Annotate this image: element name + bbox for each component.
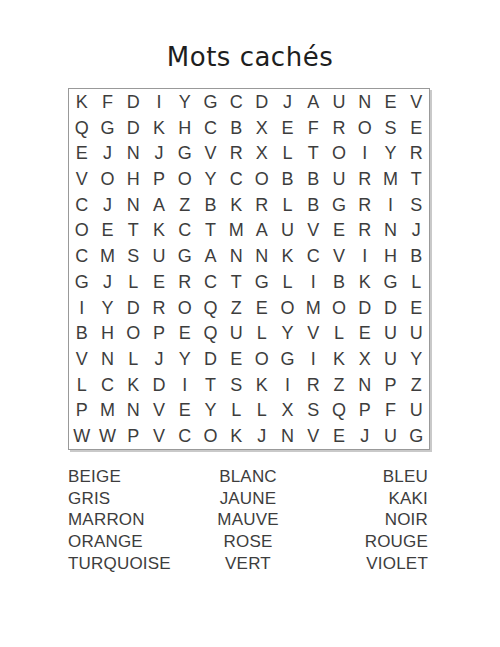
grid-cell-r2c13[interactable]: S: [378, 115, 404, 141]
grid-cell-r5c7[interactable]: K: [223, 192, 249, 218]
grid-cell-r14c3[interactable]: P: [120, 423, 146, 449]
grid-cell-r8c12[interactable]: K: [352, 269, 378, 295]
grid-cell-r8c9[interactable]: L: [275, 269, 301, 295]
grid-cell-r1c11[interactable]: U: [326, 89, 352, 115]
grid-cell-r2c1[interactable]: Q: [69, 115, 95, 141]
grid-cell-r12c12[interactable]: N: [352, 372, 378, 398]
grid-cell-r12c8[interactable]: K: [249, 372, 275, 398]
grid-cell-r10c10[interactable]: V: [300, 320, 326, 346]
grid-cell-r5c13[interactable]: I: [378, 192, 404, 218]
grid-cell-r11c11[interactable]: K: [326, 346, 352, 372]
grid-cell-r10c8[interactable]: L: [249, 320, 275, 346]
grid-cell-r2c10[interactable]: F: [300, 115, 326, 141]
word-list-item: ROUGE: [308, 531, 428, 553]
grid-cell-r4c2[interactable]: O: [95, 166, 121, 192]
grid-cell-r13c5[interactable]: E: [172, 398, 198, 424]
grid-cell-r5c9[interactable]: L: [275, 192, 301, 218]
grid-cell-r11c14[interactable]: Y: [403, 346, 429, 372]
grid-cell-r5c2[interactable]: J: [95, 192, 121, 218]
grid-cell-r7c11[interactable]: V: [326, 243, 352, 269]
grid-cell-r11c4[interactable]: J: [146, 346, 172, 372]
grid-cell-r14c1[interactable]: W: [69, 423, 95, 449]
grid-cell-r5c12[interactable]: R: [352, 192, 378, 218]
grid-cell-r3c4[interactable]: J: [146, 140, 172, 166]
grid-cell-r2c14[interactable]: E: [403, 115, 429, 141]
word-list-column-left: BEIGEGRISMARRONORANGETURQUOISE: [68, 466, 188, 575]
grid-cell-r14c5[interactable]: C: [172, 423, 198, 449]
grid-cell-r4c12[interactable]: R: [352, 166, 378, 192]
grid-cell-r12c6[interactable]: T: [198, 372, 224, 398]
grid-cell-r14c14[interactable]: G: [403, 423, 429, 449]
word-list-item: GRIS: [68, 488, 188, 510]
grid-cell-r6c8[interactable]: A: [249, 218, 275, 244]
grid-cell-r14c13[interactable]: U: [378, 423, 404, 449]
word-list-item: VERT: [188, 553, 308, 575]
grid-cell-r3c1[interactable]: E: [69, 140, 95, 166]
grid-cell-r13c1[interactable]: P: [69, 398, 95, 424]
grid-cell-r6c4[interactable]: K: [146, 218, 172, 244]
grid-cell-r5c3[interactable]: N: [120, 192, 146, 218]
grid-cell-r8c13[interactable]: G: [378, 269, 404, 295]
grid-cell-r12c4[interactable]: D: [146, 372, 172, 398]
grid-cell-r2c6[interactable]: C: [198, 115, 224, 141]
grid-cell-r1c10[interactable]: A: [300, 89, 326, 115]
grid-cell-r3c11[interactable]: O: [326, 140, 352, 166]
grid-cell-r4c1[interactable]: V: [69, 166, 95, 192]
grid-cell-r12c2[interactable]: C: [95, 372, 121, 398]
grid-cell-r5c1[interactable]: C: [69, 192, 95, 218]
grid-cell-r10c14[interactable]: U: [403, 320, 429, 346]
grid-cell-r2c2[interactable]: G: [95, 115, 121, 141]
grid-cell-r3c14[interactable]: R: [403, 140, 429, 166]
grid-cell-r3c2[interactable]: J: [95, 140, 121, 166]
grid-cell-r14c8[interactable]: J: [249, 423, 275, 449]
grid-cell-r1c3[interactable]: D: [120, 89, 146, 115]
grid-cell-r13c2[interactable]: M: [95, 398, 121, 424]
grid-cell-r11c8[interactable]: O: [249, 346, 275, 372]
grid-cell-r4c9[interactable]: B: [275, 166, 301, 192]
grid-cell-r4c5[interactable]: O: [172, 166, 198, 192]
word-list-item: BLEU: [308, 466, 428, 488]
grid-cell-r8c5[interactable]: R: [172, 269, 198, 295]
grid-cell-r6c9[interactable]: U: [275, 218, 301, 244]
grid-cell-r7c13[interactable]: H: [378, 243, 404, 269]
grid-cell-r10c12[interactable]: E: [352, 320, 378, 346]
grid-cell-r6c7[interactable]: M: [223, 218, 249, 244]
grid-cell-r8c10[interactable]: I: [300, 269, 326, 295]
grid-cell-r4c7[interactable]: C: [223, 166, 249, 192]
grid-cell-r10c9[interactable]: Y: [275, 320, 301, 346]
word-list-column-right: BLEUKAKINOIRROUGEVIOLET: [308, 466, 428, 575]
grid-cell-r3c6[interactable]: V: [198, 140, 224, 166]
grid-cell-r6c10[interactable]: V: [300, 218, 326, 244]
grid-cell-r3c8[interactable]: X: [249, 140, 275, 166]
grid-cell-r6c2[interactable]: E: [95, 218, 121, 244]
grid-cell-r9c1[interactable]: I: [69, 295, 95, 321]
word-list-item: MAUVE: [188, 509, 308, 531]
grid-cell-r8c14[interactable]: L: [403, 269, 429, 295]
word-list-item: BLANC: [188, 466, 308, 488]
grid-cell-r7c5[interactable]: G: [172, 243, 198, 269]
grid-cell-r7c1[interactable]: C: [69, 243, 95, 269]
grid-cell-r11c2[interactable]: N: [95, 346, 121, 372]
grid-cell-r7c12[interactable]: I: [352, 243, 378, 269]
grid-cell-r7c4[interactable]: U: [146, 243, 172, 269]
grid-cell-r4c13[interactable]: M: [378, 166, 404, 192]
word-list-item: JAUNE: [188, 488, 308, 510]
grid-cell-r3c10[interactable]: T: [300, 140, 326, 166]
word-list-item: MARRON: [68, 509, 188, 531]
grid-cell-r12c9[interactable]: I: [275, 372, 301, 398]
grid-cell-r7c2[interactable]: M: [95, 243, 121, 269]
grid-cell-r10c1[interactable]: B: [69, 320, 95, 346]
grid-cell-r8c11[interactable]: B: [326, 269, 352, 295]
grid-cell-r8c3[interactable]: L: [120, 269, 146, 295]
grid-cell-r5c14[interactable]: S: [403, 192, 429, 218]
grid-cell-r9c14[interactable]: E: [403, 295, 429, 321]
grid-cell-r11c5[interactable]: Y: [172, 346, 198, 372]
grid-cell-r8c7[interactable]: T: [223, 269, 249, 295]
grid-cell-r9c13[interactable]: D: [378, 295, 404, 321]
grid-cell-r13c10[interactable]: S: [300, 398, 326, 424]
grid-cell-r2c8[interactable]: X: [249, 115, 275, 141]
grid-cell-r1c9[interactable]: J: [275, 89, 301, 115]
grid-cell-r11c7[interactable]: E: [223, 346, 249, 372]
grid-cell-r14c12[interactable]: J: [352, 423, 378, 449]
grid-cell-r2c3[interactable]: D: [120, 115, 146, 141]
grid-cell-r7c9[interactable]: K: [275, 243, 301, 269]
word-list-item: BEIGE: [68, 466, 188, 488]
grid-cell-r5c5[interactable]: Z: [172, 192, 198, 218]
grid-cell-r4c3[interactable]: H: [120, 166, 146, 192]
grid-cell-r10c5[interactable]: E: [172, 320, 198, 346]
grid-cell-r14c2[interactable]: W: [95, 423, 121, 449]
word-list-item: VIOLET: [308, 553, 428, 575]
grid-cell-r6c14[interactable]: J: [403, 218, 429, 244]
grid-cell-r14c11[interactable]: E: [326, 423, 352, 449]
word-list-item: NOIR: [308, 509, 428, 531]
grid-cell-r12c14[interactable]: Z: [403, 372, 429, 398]
grid-cell-r4c10[interactable]: B: [300, 166, 326, 192]
puzzle-title: Mots cachés: [0, 42, 500, 72]
grid-cell-r7c10[interactable]: C: [300, 243, 326, 269]
grid-cell-r1c13[interactable]: E: [378, 89, 404, 115]
grid-cell-r1c8[interactable]: D: [249, 89, 275, 115]
grid-cell-r9c7[interactable]: Z: [223, 295, 249, 321]
grid-cell-r2c4[interactable]: K: [146, 115, 172, 141]
word-list-item: ROSE: [188, 531, 308, 553]
grid-cell-r7c8[interactable]: N: [249, 243, 275, 269]
grid-cell-r12c5[interactable]: I: [172, 372, 198, 398]
grid-cell-r1c7[interactable]: C: [223, 89, 249, 115]
grid-cell-r14c7[interactable]: K: [223, 423, 249, 449]
grid-cell-r5c8[interactable]: R: [249, 192, 275, 218]
grid-cell-r12c3[interactable]: K: [120, 372, 146, 398]
grid-cell-r12c11[interactable]: Z: [326, 372, 352, 398]
grid-cell-r11c1[interactable]: V: [69, 346, 95, 372]
grid-cell-r13c14[interactable]: U: [403, 398, 429, 424]
grid-cell-r1c4[interactable]: I: [146, 89, 172, 115]
grid-cell-r10c4[interactable]: P: [146, 320, 172, 346]
grid-cell-r9c12[interactable]: D: [352, 295, 378, 321]
grid-cell-r6c12[interactable]: R: [352, 218, 378, 244]
grid-cell-r8c1[interactable]: G: [69, 269, 95, 295]
grid-cell-r1c12[interactable]: N: [352, 89, 378, 115]
grid-cell-r1c14[interactable]: V: [403, 89, 429, 115]
grid-cell-r13c12[interactable]: P: [352, 398, 378, 424]
grid-cell-r4c8[interactable]: O: [249, 166, 275, 192]
grid-cell-r7c6[interactable]: A: [198, 243, 224, 269]
grid-cell-r9c11[interactable]: O: [326, 295, 352, 321]
grid-cell-r8c4[interactable]: E: [146, 269, 172, 295]
word-list-column-center: BLANCJAUNEMAUVEROSEVERT: [188, 466, 308, 575]
grid-cell-r5c11[interactable]: G: [326, 192, 352, 218]
grid-cell-r11c3[interactable]: L: [120, 346, 146, 372]
grid-cell-r1c6[interactable]: G: [198, 89, 224, 115]
grid-cell-r3c13[interactable]: Y: [378, 140, 404, 166]
grid-cell-r11c9[interactable]: G: [275, 346, 301, 372]
grid-cell-r1c1[interactable]: K: [69, 89, 95, 115]
grid-cell-r13c9[interactable]: X: [275, 398, 301, 424]
grid-cell-r10c3[interactable]: O: [120, 320, 146, 346]
grid-cell-r10c7[interactable]: U: [223, 320, 249, 346]
grid-cell-r13c6[interactable]: Y: [198, 398, 224, 424]
grid-cell-r4c11[interactable]: U: [326, 166, 352, 192]
grid-cell-r4c14[interactable]: T: [403, 166, 429, 192]
grid-cell-r5c6[interactable]: B: [198, 192, 224, 218]
grid-cell-r3c7[interactable]: R: [223, 140, 249, 166]
grid-cell-r6c6[interactable]: T: [198, 218, 224, 244]
grid-cell-r8c8[interactable]: G: [249, 269, 275, 295]
grid-cell-r13c11[interactable]: Q: [326, 398, 352, 424]
word-search-grid: KFDIYGCDJAUNEVQGDKHCBXEFROSEEJNJGVRXLTOI…: [68, 88, 430, 450]
grid-cell-r7c7[interactable]: N: [223, 243, 249, 269]
grid-cell-r9c5[interactable]: O: [172, 295, 198, 321]
grid-cell-r6c5[interactable]: C: [172, 218, 198, 244]
grid-cell-r13c8[interactable]: L: [249, 398, 275, 424]
grid-cell-r12c13[interactable]: P: [378, 372, 404, 398]
grid-cell-r13c3[interactable]: N: [120, 398, 146, 424]
grid-cell-r12c10[interactable]: R: [300, 372, 326, 398]
grid-cell-r7c14[interactable]: B: [403, 243, 429, 269]
grid-cell-r5c10[interactable]: B: [300, 192, 326, 218]
word-list-item: KAKI: [308, 488, 428, 510]
word-list: BEIGEGRISMARRONORANGETURQUOISEBLANCJAUNE…: [68, 466, 428, 575]
grid-cell-r9c8[interactable]: E: [249, 295, 275, 321]
grid-cell-r2c12[interactable]: O: [352, 115, 378, 141]
grid-cell-r8c2[interactable]: J: [95, 269, 121, 295]
grid-cell-r2c9[interactable]: E: [275, 115, 301, 141]
grid-cell-r4c6[interactable]: Y: [198, 166, 224, 192]
grid-cell-r4c4[interactable]: P: [146, 166, 172, 192]
grid-cell-r14c9[interactable]: N: [275, 423, 301, 449]
grid-cell-r11c13[interactable]: U: [378, 346, 404, 372]
grid-cell-r14c10[interactable]: V: [300, 423, 326, 449]
grid-cell-r14c4[interactable]: V: [146, 423, 172, 449]
grid-cell-r6c1[interactable]: O: [69, 218, 95, 244]
grid-cell-r9c4[interactable]: R: [146, 295, 172, 321]
grid-cell-r10c13[interactable]: U: [378, 320, 404, 346]
grid-cell-r10c6[interactable]: Q: [198, 320, 224, 346]
grid-cell-r3c5[interactable]: G: [172, 140, 198, 166]
grid-cell-r12c1[interactable]: L: [69, 372, 95, 398]
word-list-item: TURQUOISE: [68, 553, 188, 575]
grid-cell-r14c6[interactable]: O: [198, 423, 224, 449]
grid-cell-r11c12[interactable]: X: [352, 346, 378, 372]
grid-cell-r9c10[interactable]: M: [300, 295, 326, 321]
grid-cell-r3c12[interactable]: I: [352, 140, 378, 166]
grid-cell-r7c3[interactable]: S: [120, 243, 146, 269]
word-list-item: ORANGE: [68, 531, 188, 553]
grid-cell-r12c7[interactable]: S: [223, 372, 249, 398]
grid-cell-r9c2[interactable]: Y: [95, 295, 121, 321]
grid-cell-r13c7[interactable]: L: [223, 398, 249, 424]
grid-cell-r1c5[interactable]: Y: [172, 89, 198, 115]
grid-cell-r9c6[interactable]: Q: [198, 295, 224, 321]
grid-cell-r10c11[interactable]: L: [326, 320, 352, 346]
grid-cell-r6c3[interactable]: T: [120, 218, 146, 244]
grid-cell-r9c9[interactable]: O: [275, 295, 301, 321]
grid-cell-r1c2[interactable]: F: [95, 89, 121, 115]
worksheet-page: Mots cachés KFDIYGCDJAUNEVQGDKHCBXEFROSE…: [0, 0, 500, 647]
grid-cell-r6c13[interactable]: N: [378, 218, 404, 244]
grid-cell-r10c2[interactable]: H: [95, 320, 121, 346]
grid-cell-r11c6[interactable]: D: [198, 346, 224, 372]
grid-cell-r2c5[interactable]: H: [172, 115, 198, 141]
grid-cell-r9c3[interactable]: D: [120, 295, 146, 321]
grid-cell-r2c7[interactable]: B: [223, 115, 249, 141]
grid-cell-r11c10[interactable]: I: [300, 346, 326, 372]
grid-cell-r6c11[interactable]: E: [326, 218, 352, 244]
grid-cell-r3c3[interactable]: N: [120, 140, 146, 166]
grid-cell-r8c6[interactable]: C: [198, 269, 224, 295]
grid-cell-r13c13[interactable]: F: [378, 398, 404, 424]
grid-cell-r3c9[interactable]: L: [275, 140, 301, 166]
grid-cell-r13c4[interactable]: V: [146, 398, 172, 424]
grid-cell-r5c4[interactable]: A: [146, 192, 172, 218]
grid-cell-r2c11[interactable]: R: [326, 115, 352, 141]
